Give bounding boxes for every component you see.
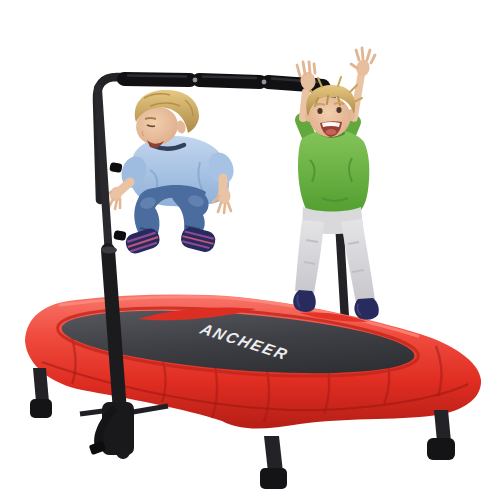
cheek — [310, 118, 318, 126]
grip-connector-pin — [262, 80, 267, 85]
product-photo-stage: ANCHEER — [0, 0, 500, 500]
eye — [317, 108, 322, 114]
foam-grip-middle — [199, 80, 260, 82]
front-leg-foot — [260, 468, 287, 489]
cheek — [342, 117, 350, 125]
grip-highlight — [203, 77, 256, 79]
tongue — [326, 129, 337, 135]
grip-highlight — [128, 76, 186, 77]
pole-base-bracket — [102, 402, 134, 455]
eyebrow — [145, 118, 156, 119]
left-leg-foot — [30, 399, 52, 418]
grip-connector-pin — [193, 78, 198, 83]
eye — [336, 107, 341, 113]
right-leg-foot — [427, 438, 455, 460]
trampoline-product-photo: ANCHEER — [0, 0, 500, 500]
child-right-shirt — [298, 130, 369, 216]
foam-grips — [124, 76, 323, 87]
pole-collar — [101, 247, 117, 254]
foam-grip-left — [124, 79, 190, 80]
